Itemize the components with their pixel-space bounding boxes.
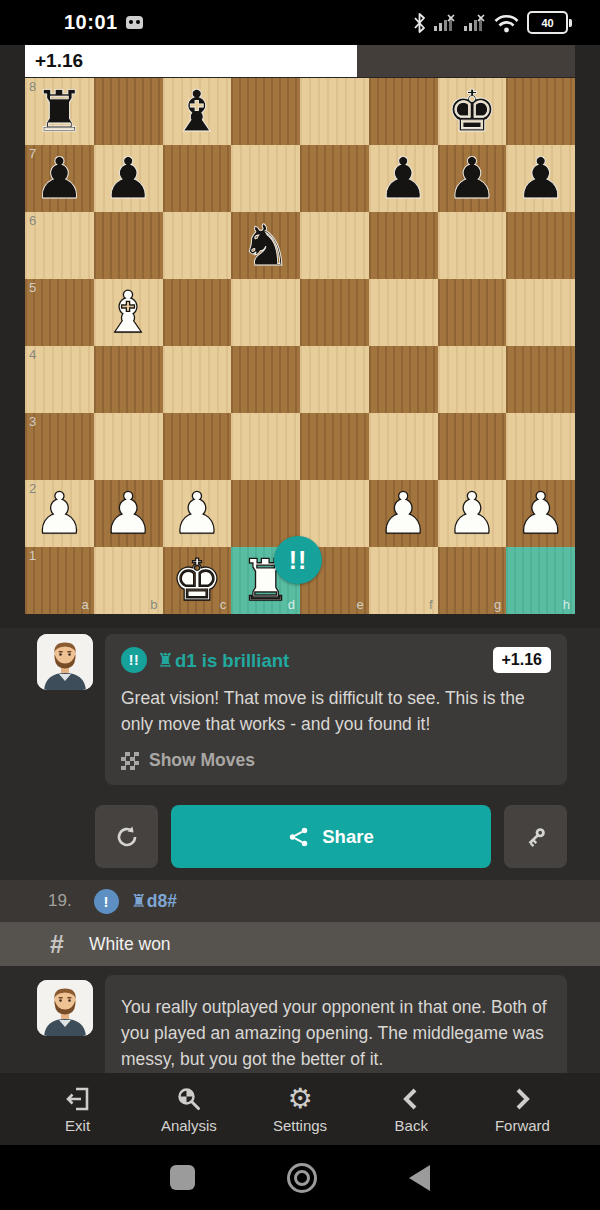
square-c1[interactable]: c♚ — [163, 547, 232, 614]
nav-back[interactable]: Back — [356, 1073, 467, 1145]
refresh-icon — [113, 823, 141, 851]
square-f1[interactable]: f — [369, 547, 438, 614]
piece-white-b5[interactable]: ♝ — [94, 279, 163, 346]
square-h5[interactable] — [506, 279, 575, 346]
square-h4[interactable] — [506, 346, 575, 413]
square-h2[interactable]: ♟ — [506, 480, 575, 547]
piece-black-f7[interactable]: ♟ — [369, 145, 438, 212]
square-b6[interactable] — [94, 212, 163, 279]
board-checker-icon — [121, 752, 139, 770]
square-b8[interactable] — [94, 78, 163, 145]
retry-button[interactable] — [95, 805, 158, 868]
file-label-b: b — [150, 597, 157, 612]
nav-exit[interactable]: Exit — [22, 1073, 133, 1145]
rank-label-8: 8 — [29, 79, 36, 94]
chess-board[interactable]: 8♜♝♚7♟♟♟♟♟6♞5♝432♟♟♟♟♟♟1abc♚d♜efgh!! — [25, 78, 575, 614]
square-g6[interactable] — [438, 212, 507, 279]
coach-move-comment-row: !! ♜d1 is brilliant +1.16 Great vision! … — [37, 634, 567, 785]
nav-forward[interactable]: Forward — [467, 1073, 578, 1145]
eval-bar-white: +1.16 — [25, 45, 357, 77]
square-d5[interactable] — [231, 279, 300, 346]
piece-black-h7[interactable]: ♟ — [506, 145, 575, 212]
notification-icon — [126, 16, 143, 29]
coach-avatar-small[interactable] — [37, 980, 93, 1036]
square-b5[interactable]: ♝ — [94, 279, 163, 346]
eval-bar: +1.16 — [25, 45, 575, 77]
square-f8[interactable] — [369, 78, 438, 145]
file-label-c: c — [220, 597, 227, 612]
clock: 10:01 — [64, 11, 118, 34]
square-g1[interactable]: g — [438, 547, 507, 614]
file-label-h: h — [563, 597, 570, 612]
chess-analysis-app: 10:01 40 +1.16 8♜♝♚7♟♟♟♟♟6♞ — [0, 0, 600, 1210]
square-a2[interactable]: 2♟ — [25, 480, 94, 547]
bottom-nav: Exit Analysis ⚙ Settings Back Forward — [0, 1073, 600, 1145]
square-g7[interactable]: ♟ — [438, 145, 507, 212]
exit-icon — [64, 1084, 92, 1114]
piece-black-g7[interactable]: ♟ — [438, 145, 507, 212]
summary-bubble: You really outplayed your opponent in th… — [105, 975, 567, 1073]
square-e5[interactable] — [300, 279, 369, 346]
square-c8[interactable]: ♝ — [163, 78, 232, 145]
square-h8[interactable] — [506, 78, 575, 145]
square-a1[interactable]: 1a — [25, 547, 94, 614]
square-a3[interactable]: 3 — [25, 413, 94, 480]
battery-icon: 40 — [527, 11, 572, 34]
piece-black-d6[interactable]: ♞ — [231, 212, 300, 279]
file-label-d: d — [288, 597, 295, 612]
nav-settings[interactable]: ⚙ Settings — [244, 1073, 355, 1145]
square-g8[interactable]: ♚ — [438, 78, 507, 145]
square-h1[interactable]: h — [506, 547, 575, 614]
checkmate-icon: # — [50, 930, 64, 959]
show-moves-button[interactable]: Show Moves — [121, 750, 551, 771]
square-b2[interactable]: ♟ — [94, 480, 163, 547]
square-e6[interactable] — [300, 212, 369, 279]
square-d8[interactable] — [231, 78, 300, 145]
rank-label-7: 7 — [29, 146, 36, 161]
share-icon — [288, 826, 310, 848]
great-move-icon: ! — [94, 889, 119, 914]
rank-label-2: 2 — [29, 481, 36, 496]
square-d4[interactable] — [231, 346, 300, 413]
bluetooth-icon — [413, 13, 426, 33]
square-f3[interactable] — [369, 413, 438, 480]
rook-glyph: ♜ — [131, 890, 147, 911]
square-a8[interactable]: 8♜ — [25, 78, 94, 145]
gear-icon: ⚙ — [287, 1084, 312, 1114]
square-a5[interactable]: 5 — [25, 279, 94, 346]
coach-avatar[interactable] — [37, 634, 93, 690]
square-a6[interactable]: 6 — [25, 212, 94, 279]
square-a7[interactable]: 7♟ — [25, 145, 94, 212]
square-e3[interactable] — [300, 413, 369, 480]
square-f2[interactable]: ♟ — [369, 480, 438, 547]
square-e4[interactable] — [300, 346, 369, 413]
eval-value: +1.16 — [35, 50, 83, 72]
rank-label-4: 4 — [29, 347, 36, 362]
square-c2[interactable]: ♟ — [163, 480, 232, 547]
home-button[interactable] — [287, 1163, 317, 1193]
square-g5[interactable] — [438, 279, 507, 346]
brilliant-move-badge: !! — [274, 536, 322, 584]
wifi-icon — [493, 13, 520, 33]
square-c4[interactable] — [163, 346, 232, 413]
key-move-button[interactable] — [504, 805, 567, 868]
square-g3[interactable] — [438, 413, 507, 480]
android-nav-bar — [0, 1145, 600, 1210]
summary-text: You really outplayed your opponent in th… — [121, 994, 551, 1072]
share-label: Share — [322, 826, 373, 848]
rank-label-1: 1 — [29, 548, 36, 563]
move-san: ♜d8# — [131, 890, 177, 912]
analysis-panel: !! ♜d1 is brilliant +1.16 Great vision! … — [0, 628, 600, 1073]
coach-summary-row: You really outplayed your opponent in th… — [37, 975, 567, 1073]
square-d6[interactable]: ♞ — [231, 212, 300, 279]
piece-white-f2[interactable]: ♟ — [369, 480, 438, 547]
status-bar: 10:01 40 — [0, 0, 600, 45]
square-b7[interactable]: ♟ — [94, 145, 163, 212]
battery-level: 40 — [541, 17, 553, 29]
square-d7[interactable] — [231, 145, 300, 212]
square-b1[interactable]: b — [94, 547, 163, 614]
analysis-icon — [175, 1084, 203, 1114]
game-result-row: # White won — [0, 922, 600, 966]
android-back-button[interactable] — [409, 1165, 430, 1191]
square-g4[interactable] — [438, 346, 507, 413]
file-label-a: a — [82, 597, 89, 612]
move-list-row[interactable]: 19. ! ♜d8# — [0, 880, 600, 922]
action-buttons-row: Share — [95, 805, 567, 868]
chevron-right-icon — [510, 1084, 534, 1114]
square-h3[interactable] — [506, 413, 575, 480]
cell-signal-2-icon — [463, 14, 486, 32]
square-f4[interactable] — [369, 346, 438, 413]
file-label-e: e — [357, 597, 364, 612]
square-c3[interactable] — [163, 413, 232, 480]
square-e2[interactable] — [300, 480, 369, 547]
piece-black-c8[interactable]: ♝ — [163, 78, 232, 145]
recent-apps-button[interactable] — [170, 1165, 195, 1190]
coach-bubble: !! ♜d1 is brilliant +1.16 Great vision! … — [105, 634, 567, 785]
square-b3[interactable] — [94, 413, 163, 480]
cell-signal-1-icon — [433, 14, 456, 32]
square-c6[interactable] — [163, 212, 232, 279]
square-b4[interactable] — [94, 346, 163, 413]
square-h6[interactable] — [506, 212, 575, 279]
piece-white-c2[interactable]: ♟ — [163, 480, 232, 547]
rank-label-6: 6 — [29, 213, 36, 228]
chevron-left-icon — [399, 1084, 423, 1114]
eval-badge: +1.16 — [493, 647, 551, 673]
file-label-g: g — [494, 597, 501, 612]
square-e7[interactable] — [300, 145, 369, 212]
square-f7[interactable]: ♟ — [369, 145, 438, 212]
status-icons: 40 — [413, 11, 572, 34]
square-a4[interactable]: 4 — [25, 346, 94, 413]
result-text: White won — [89, 934, 171, 955]
key-icon — [523, 824, 549, 850]
rank-label-3: 3 — [29, 414, 36, 429]
file-label-f: f — [429, 597, 433, 612]
rank-label-5: 5 — [29, 280, 36, 295]
piece-white-g2[interactable]: ♟ — [438, 480, 507, 547]
square-c7[interactable] — [163, 145, 232, 212]
move-number: 19. — [48, 891, 72, 911]
piece-black-b7[interactable]: ♟ — [94, 145, 163, 212]
square-d3[interactable] — [231, 413, 300, 480]
piece-white-b2[interactable]: ♟ — [94, 480, 163, 547]
square-e8[interactable] — [300, 78, 369, 145]
piece-white-h2[interactable]: ♟ — [506, 480, 575, 547]
square-f5[interactable] — [369, 279, 438, 346]
square-f6[interactable] — [369, 212, 438, 279]
rook-glyph: ♜ — [157, 649, 174, 671]
square-g2[interactable]: ♟ — [438, 480, 507, 547]
nav-analysis[interactable]: Analysis — [133, 1073, 244, 1145]
square-h7[interactable]: ♟ — [506, 145, 575, 212]
share-button[interactable]: Share — [171, 805, 491, 868]
brilliant-icon: !! — [121, 647, 147, 673]
square-c5[interactable] — [163, 279, 232, 346]
move-title: ♜d1 is brilliant — [157, 649, 289, 672]
piece-black-g8[interactable]: ♚ — [438, 78, 507, 145]
coach-comment-text: Great vision! That move is difficult to … — [121, 685, 551, 737]
move-title-row: !! ♜d1 is brilliant +1.16 — [121, 647, 551, 673]
